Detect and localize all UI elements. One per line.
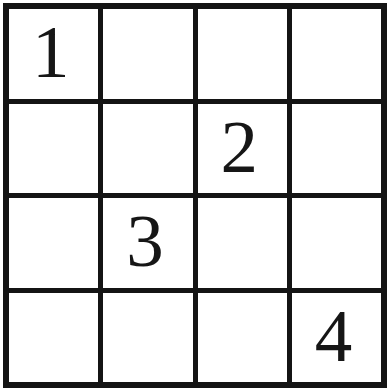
cell-r4c3[interactable]	[198, 293, 287, 383]
cell-r4c1[interactable]	[9, 293, 98, 383]
cell-r1c4[interactable]	[292, 9, 381, 99]
cell-r1c1: 1	[9, 9, 98, 99]
cell-r2c4[interactable]	[292, 104, 381, 194]
given-digit: 3	[126, 203, 164, 278]
puzzle-board: 1234	[3, 3, 387, 388]
puzzle-page: 1234	[0, 0, 390, 391]
given-digit: 2	[220, 109, 258, 184]
cell-r2c1[interactable]	[9, 104, 98, 194]
cell-r3c3[interactable]	[198, 198, 287, 288]
cell-r4c4: 4	[292, 293, 381, 383]
cell-r1c2[interactable]	[103, 9, 192, 99]
cell-r2c3: 2	[198, 104, 287, 194]
given-digit: 1	[32, 14, 70, 89]
cell-r2c2[interactable]	[103, 104, 192, 194]
cell-r4c2[interactable]	[103, 293, 192, 383]
given-digit: 4	[315, 298, 353, 373]
cell-r3c1[interactable]	[9, 198, 98, 288]
cell-r1c3[interactable]	[198, 9, 287, 99]
cell-r3c2: 3	[103, 198, 192, 288]
cell-r3c4[interactable]	[292, 198, 381, 288]
